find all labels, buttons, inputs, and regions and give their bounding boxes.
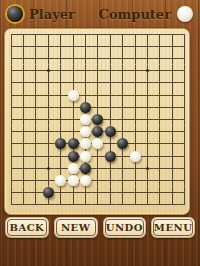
intersection[interactable] <box>5 174 17 186</box>
black-stone <box>117 138 128 149</box>
intersection[interactable] <box>141 89 153 101</box>
intersection[interactable] <box>179 101 190 113</box>
intersection[interactable] <box>17 126 29 138</box>
intersection[interactable] <box>55 77 67 89</box>
intersection[interactable] <box>67 28 79 40</box>
intersection[interactable] <box>117 40 129 52</box>
intersection[interactable] <box>166 28 178 40</box>
black-stone <box>92 114 103 125</box>
menu-button[interactable]: MENU <box>151 217 195 238</box>
intersection[interactable] <box>166 65 178 77</box>
intersection[interactable] <box>117 162 129 174</box>
white-stone <box>130 151 141 162</box>
intersection[interactable] <box>42 28 54 40</box>
intersection[interactable] <box>166 101 178 113</box>
black-stone <box>105 126 116 137</box>
intersection[interactable] <box>5 28 17 40</box>
intersection[interactable] <box>30 162 42 174</box>
black-stone <box>80 102 91 113</box>
intersection[interactable] <box>179 52 190 64</box>
intersection[interactable] <box>92 174 104 186</box>
intersection[interactable] <box>42 89 54 101</box>
intersection[interactable] <box>79 89 91 101</box>
intersection[interactable] <box>179 65 190 77</box>
intersection[interactable] <box>166 150 178 162</box>
intersection[interactable] <box>154 89 166 101</box>
intersection[interactable] <box>141 77 153 89</box>
intersection[interactable] <box>179 162 190 174</box>
computer-white-stone-icon <box>177 6 193 22</box>
intersection[interactable] <box>141 187 153 199</box>
black-stone <box>55 138 66 149</box>
intersection[interactable] <box>104 174 116 186</box>
intersection[interactable] <box>67 89 79 101</box>
intersection[interactable] <box>92 126 104 138</box>
intersection[interactable] <box>154 77 166 89</box>
intersection[interactable] <box>129 65 141 77</box>
intersection[interactable] <box>79 174 91 186</box>
intersection[interactable] <box>79 40 91 52</box>
intersection[interactable] <box>117 101 129 113</box>
intersection[interactable] <box>104 28 116 40</box>
intersection[interactable] <box>104 113 116 125</box>
intersection[interactable] <box>67 65 79 77</box>
intersection[interactable] <box>154 126 166 138</box>
intersection[interactable] <box>30 174 42 186</box>
intersection[interactable] <box>55 126 67 138</box>
intersection[interactable] <box>179 77 190 89</box>
intersection[interactable] <box>154 187 166 199</box>
intersection[interactable] <box>67 199 79 211</box>
intersection[interactable] <box>129 199 141 211</box>
intersection[interactable] <box>42 101 54 113</box>
intersection[interactable] <box>79 101 91 113</box>
intersection[interactable] <box>154 65 166 77</box>
intersection[interactable] <box>104 126 116 138</box>
intersection[interactable] <box>30 40 42 52</box>
computer-label: Computer <box>99 7 171 22</box>
intersection[interactable] <box>5 65 17 77</box>
black-stone <box>105 151 116 162</box>
intersection[interactable] <box>55 199 67 211</box>
intersection[interactable] <box>179 89 190 101</box>
intersection[interactable] <box>17 113 29 125</box>
black-stone <box>68 151 79 162</box>
intersection[interactable] <box>42 40 54 52</box>
white-stone <box>68 90 79 101</box>
intersection[interactable] <box>117 28 129 40</box>
intersection[interactable] <box>5 199 17 211</box>
intersection[interactable] <box>17 138 29 150</box>
intersection[interactable] <box>79 187 91 199</box>
intersection[interactable] <box>104 89 116 101</box>
intersection[interactable] <box>79 65 91 77</box>
intersection[interactable] <box>141 101 153 113</box>
intersection[interactable] <box>5 40 17 52</box>
intersection[interactable] <box>154 150 166 162</box>
intersection[interactable] <box>42 65 54 77</box>
player-indicator: Player <box>7 0 75 28</box>
intersection[interactable] <box>42 77 54 89</box>
intersection[interactable] <box>5 89 17 101</box>
intersection[interactable] <box>129 89 141 101</box>
intersection[interactable] <box>92 199 104 211</box>
intersection[interactable] <box>179 199 190 211</box>
intersection[interactable] <box>79 52 91 64</box>
intersection[interactable] <box>42 126 54 138</box>
intersection[interactable] <box>30 138 42 150</box>
intersection[interactable] <box>104 65 116 77</box>
intersection[interactable] <box>30 150 42 162</box>
intersection[interactable] <box>92 52 104 64</box>
black-stone <box>43 187 54 198</box>
intersection[interactable] <box>117 65 129 77</box>
intersection[interactable] <box>42 187 54 199</box>
intersection[interactable] <box>117 187 129 199</box>
intersection[interactable] <box>67 138 79 150</box>
intersection[interactable] <box>67 150 79 162</box>
intersection[interactable] <box>42 138 54 150</box>
intersection[interactable] <box>129 40 141 52</box>
intersection[interactable] <box>141 199 153 211</box>
intersection[interactable] <box>67 77 79 89</box>
intersection[interactable] <box>67 187 79 199</box>
intersection[interactable] <box>17 162 29 174</box>
board-grid <box>5 28 190 211</box>
intersection[interactable] <box>67 162 79 174</box>
intersection[interactable] <box>104 77 116 89</box>
intersection[interactable] <box>117 126 129 138</box>
intersection[interactable] <box>30 52 42 64</box>
intersection[interactable] <box>166 162 178 174</box>
black-stone <box>80 163 91 174</box>
white-stone <box>92 138 103 149</box>
intersection[interactable] <box>92 40 104 52</box>
intersection[interactable] <box>92 65 104 77</box>
intersection[interactable] <box>104 199 116 211</box>
intersection[interactable] <box>55 101 67 113</box>
intersection[interactable] <box>5 101 17 113</box>
intersection[interactable] <box>5 162 17 174</box>
intersection[interactable] <box>166 138 178 150</box>
intersection[interactable] <box>166 52 178 64</box>
white-stone <box>80 151 91 162</box>
intersection[interactable] <box>30 199 42 211</box>
intersection[interactable] <box>141 174 153 186</box>
intersection[interactable] <box>117 138 129 150</box>
intersection[interactable] <box>129 77 141 89</box>
intersection[interactable] <box>55 187 67 199</box>
intersection[interactable] <box>92 162 104 174</box>
intersection[interactable] <box>55 65 67 77</box>
intersection[interactable] <box>179 174 190 186</box>
intersection[interactable] <box>104 187 116 199</box>
intersection[interactable] <box>67 101 79 113</box>
intersection[interactable] <box>104 162 116 174</box>
intersection[interactable] <box>166 40 178 52</box>
intersection[interactable] <box>104 138 116 150</box>
intersection[interactable] <box>117 150 129 162</box>
new-button[interactable]: NEW <box>54 217 98 238</box>
white-stone <box>80 175 91 186</box>
intersection[interactable] <box>55 89 67 101</box>
intersection[interactable] <box>30 77 42 89</box>
intersection[interactable] <box>117 89 129 101</box>
intersection[interactable] <box>30 65 42 77</box>
intersection[interactable] <box>79 150 91 162</box>
intersection[interactable] <box>129 138 141 150</box>
intersection[interactable] <box>129 162 141 174</box>
intersection[interactable] <box>17 89 29 101</box>
intersection[interactable] <box>30 89 42 101</box>
intersection[interactable] <box>141 40 153 52</box>
intersection[interactable] <box>92 28 104 40</box>
intersection[interactable] <box>42 174 54 186</box>
intersection[interactable] <box>92 113 104 125</box>
intersection[interactable] <box>92 101 104 113</box>
intersection[interactable] <box>17 199 29 211</box>
intersection[interactable] <box>30 126 42 138</box>
star-point <box>146 167 149 170</box>
white-stone <box>55 175 66 186</box>
intersection[interactable] <box>5 77 17 89</box>
intersection[interactable] <box>141 28 153 40</box>
intersection[interactable] <box>79 113 91 125</box>
game-board <box>4 28 190 215</box>
intersection[interactable] <box>17 150 29 162</box>
black-stone <box>92 126 103 137</box>
intersection[interactable] <box>55 40 67 52</box>
star-point <box>47 167 50 170</box>
intersection[interactable] <box>166 199 178 211</box>
header: Player Computer <box>0 0 200 28</box>
intersection[interactable] <box>92 89 104 101</box>
intersection[interactable] <box>30 101 42 113</box>
intersection[interactable] <box>179 28 190 40</box>
white-stone <box>80 114 91 125</box>
intersection[interactable] <box>166 113 178 125</box>
intersection[interactable] <box>129 28 141 40</box>
intersection[interactable] <box>42 52 54 64</box>
star-point <box>146 69 149 72</box>
intersection[interactable] <box>117 174 129 186</box>
intersection[interactable] <box>141 138 153 150</box>
intersection[interactable] <box>129 52 141 64</box>
intersection[interactable] <box>166 77 178 89</box>
intersection[interactable] <box>5 113 17 125</box>
star-point <box>47 69 50 72</box>
intersection[interactable] <box>17 65 29 77</box>
intersection[interactable] <box>30 28 42 40</box>
intersection[interactable] <box>92 77 104 89</box>
intersection[interactable] <box>79 199 91 211</box>
intersection[interactable] <box>154 162 166 174</box>
intersection[interactable] <box>117 199 129 211</box>
player-label: Player <box>29 7 75 22</box>
intersection[interactable] <box>17 174 29 186</box>
intersection[interactable] <box>5 150 17 162</box>
intersection[interactable] <box>42 113 54 125</box>
intersection[interactable] <box>5 52 17 64</box>
intersection[interactable] <box>55 113 67 125</box>
intersection[interactable] <box>179 138 190 150</box>
intersection[interactable] <box>30 113 42 125</box>
intersection[interactable] <box>92 138 104 150</box>
intersection[interactable] <box>129 113 141 125</box>
intersection[interactable] <box>117 77 129 89</box>
intersection[interactable] <box>141 126 153 138</box>
intersection[interactable] <box>17 187 29 199</box>
intersection[interactable] <box>42 199 54 211</box>
intersection[interactable] <box>104 150 116 162</box>
intersection[interactable] <box>104 101 116 113</box>
intersection[interactable] <box>166 187 178 199</box>
computer-indicator: Computer <box>99 0 193 28</box>
intersection[interactable] <box>79 126 91 138</box>
intersection[interactable] <box>30 187 42 199</box>
intersection[interactable] <box>5 138 17 150</box>
intersection[interactable] <box>42 162 54 174</box>
intersection[interactable] <box>154 138 166 150</box>
intersection[interactable] <box>55 138 67 150</box>
intersection[interactable] <box>104 52 116 64</box>
back-button[interactable]: BACK <box>5 217 49 238</box>
intersection[interactable] <box>79 77 91 89</box>
intersection[interactable] <box>141 52 153 64</box>
intersection[interactable] <box>154 113 166 125</box>
intersection[interactable] <box>92 150 104 162</box>
intersection[interactable] <box>141 113 153 125</box>
intersection[interactable] <box>141 162 153 174</box>
intersection[interactable] <box>129 126 141 138</box>
intersection[interactable] <box>117 52 129 64</box>
undo-button[interactable]: UNDO <box>103 217 147 238</box>
intersection[interactable] <box>92 187 104 199</box>
intersection[interactable] <box>67 40 79 52</box>
intersection[interactable] <box>141 65 153 77</box>
intersection[interactable] <box>154 199 166 211</box>
intersection[interactable] <box>129 187 141 199</box>
button-row: BACK NEW UNDO MENU <box>5 217 195 238</box>
intersection[interactable] <box>17 52 29 64</box>
white-stone <box>68 175 79 186</box>
intersection[interactable] <box>67 113 79 125</box>
intersection[interactable] <box>179 113 190 125</box>
intersection[interactable] <box>17 77 29 89</box>
intersection[interactable] <box>129 101 141 113</box>
intersection[interactable] <box>117 113 129 125</box>
black-stone <box>68 138 79 149</box>
intersection[interactable] <box>5 187 17 199</box>
intersection[interactable] <box>5 126 17 138</box>
white-stone <box>80 138 91 149</box>
intersection[interactable] <box>166 89 178 101</box>
intersection[interactable] <box>166 174 178 186</box>
intersection[interactable] <box>79 28 91 40</box>
intersection[interactable] <box>179 150 190 162</box>
intersection[interactable] <box>104 40 116 52</box>
intersection[interactable] <box>79 138 91 150</box>
intersection[interactable] <box>55 162 67 174</box>
intersection[interactable] <box>17 28 29 40</box>
intersection[interactable] <box>55 28 67 40</box>
intersection[interactable] <box>154 52 166 64</box>
intersection[interactable] <box>179 126 190 138</box>
intersection[interactable] <box>154 28 166 40</box>
player-black-stone-icon <box>7 6 23 22</box>
intersection[interactable] <box>67 174 79 186</box>
intersection[interactable] <box>79 162 91 174</box>
intersection[interactable] <box>166 126 178 138</box>
intersection[interactable] <box>67 52 79 64</box>
intersection[interactable] <box>129 150 141 162</box>
intersection[interactable] <box>55 52 67 64</box>
intersection[interactable] <box>154 40 166 52</box>
intersection[interactable] <box>141 150 153 162</box>
intersection[interactable] <box>42 150 54 162</box>
white-stone <box>68 163 79 174</box>
intersection[interactable] <box>17 101 29 113</box>
intersection[interactable] <box>154 174 166 186</box>
intersection[interactable] <box>179 40 190 52</box>
intersection[interactable] <box>55 150 67 162</box>
intersection[interactable] <box>179 187 190 199</box>
intersection[interactable] <box>67 126 79 138</box>
intersection[interactable] <box>17 40 29 52</box>
intersection[interactable] <box>129 174 141 186</box>
intersection[interactable] <box>55 174 67 186</box>
gomoku-app: Player Computer BACK NEW UNDO MENU <box>0 0 200 266</box>
intersection[interactable] <box>154 101 166 113</box>
white-stone <box>80 126 91 137</box>
